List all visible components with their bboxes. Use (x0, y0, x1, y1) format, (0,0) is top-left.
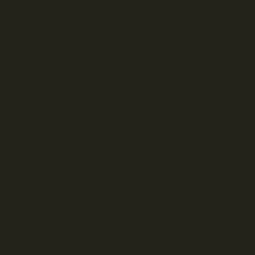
chess-board (0, 0, 255, 255)
